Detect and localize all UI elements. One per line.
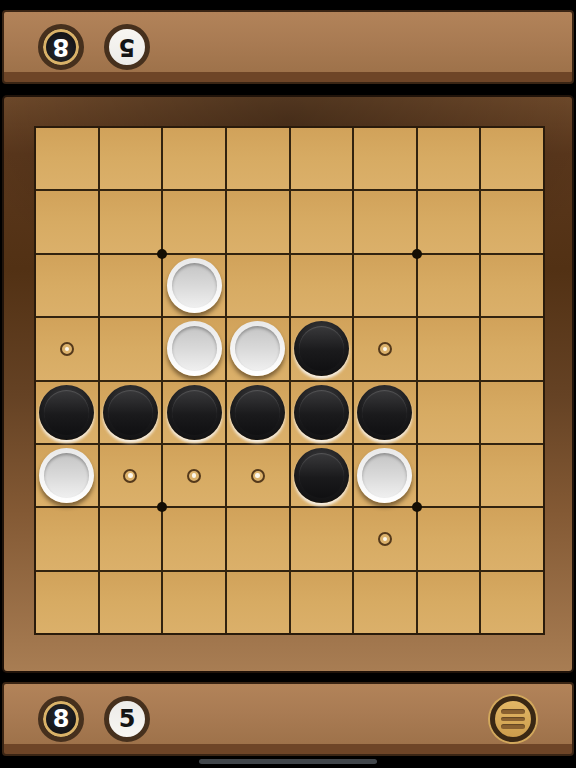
player-black-score-counter: 8 bbox=[38, 696, 84, 742]
board-cell-f2[interactable] bbox=[354, 191, 416, 252]
board-cell-e7[interactable] bbox=[291, 508, 353, 569]
board-cell-b7[interactable] bbox=[100, 508, 162, 569]
board-cell-e8[interactable] bbox=[291, 572, 353, 633]
board-cell-d6[interactable] bbox=[227, 445, 289, 506]
board-cell-g1[interactable] bbox=[418, 128, 480, 189]
board-cell-d3[interactable] bbox=[227, 255, 289, 316]
board-cell-e3[interactable] bbox=[291, 255, 353, 316]
board-cell-h7[interactable] bbox=[481, 508, 543, 569]
board-cell-a3[interactable] bbox=[36, 255, 98, 316]
board-cell-f8[interactable] bbox=[354, 572, 416, 633]
opponent-score-bar: 8 5 bbox=[2, 10, 574, 84]
board-cell-b3[interactable] bbox=[100, 255, 162, 316]
legal-move-marker[interactable] bbox=[378, 532, 392, 546]
hamburger-icon bbox=[501, 709, 525, 714]
board-cell-c5[interactable] bbox=[163, 382, 225, 443]
star-point bbox=[157, 502, 167, 512]
board-cell-e5[interactable] bbox=[291, 382, 353, 443]
board-cell-b1[interactable] bbox=[100, 128, 162, 189]
board-cell-d5[interactable] bbox=[227, 382, 289, 443]
board-cell-b4[interactable] bbox=[100, 318, 162, 379]
home-indicator[interactable] bbox=[199, 759, 377, 764]
board-cell-a2[interactable] bbox=[36, 191, 98, 252]
black-disc bbox=[103, 385, 158, 440]
legal-move-marker[interactable] bbox=[187, 469, 201, 483]
player-white-score-counter: 5 bbox=[104, 696, 150, 742]
legal-move-marker[interactable] bbox=[251, 469, 265, 483]
board-cell-c3[interactable] bbox=[163, 255, 225, 316]
board-cell-f4[interactable] bbox=[354, 318, 416, 379]
board-cell-c6[interactable] bbox=[163, 445, 225, 506]
board-cell-d7[interactable] bbox=[227, 508, 289, 569]
black-disc bbox=[167, 385, 222, 440]
board-cell-a6[interactable] bbox=[36, 445, 98, 506]
board-cell-b6[interactable] bbox=[100, 445, 162, 506]
black-disc bbox=[294, 448, 349, 503]
board-cell-h4[interactable] bbox=[481, 318, 543, 379]
board-cell-c1[interactable] bbox=[163, 128, 225, 189]
hamburger-icon bbox=[501, 717, 525, 722]
board-cell-g6[interactable] bbox=[418, 445, 480, 506]
legal-move-marker[interactable] bbox=[123, 469, 137, 483]
black-disc bbox=[39, 385, 94, 440]
board-cell-h3[interactable] bbox=[481, 255, 543, 316]
board-cell-d4[interactable] bbox=[227, 318, 289, 379]
star-point bbox=[157, 249, 167, 259]
board-cell-f6[interactable] bbox=[354, 445, 416, 506]
board-cell-g4[interactable] bbox=[418, 318, 480, 379]
board-cell-h6[interactable] bbox=[481, 445, 543, 506]
star-point bbox=[412, 249, 422, 259]
player-black-score: 8 bbox=[53, 707, 70, 731]
board-cell-f7[interactable] bbox=[354, 508, 416, 569]
opponent-white-score-counter: 5 bbox=[104, 24, 150, 70]
black-disc bbox=[230, 385, 285, 440]
board-cell-f5[interactable] bbox=[354, 382, 416, 443]
black-disc bbox=[294, 385, 349, 440]
board-cell-a7[interactable] bbox=[36, 508, 98, 569]
board-cell-d8[interactable] bbox=[227, 572, 289, 633]
white-disc bbox=[167, 321, 222, 376]
legal-move-marker[interactable] bbox=[60, 342, 74, 356]
board-cell-g2[interactable] bbox=[418, 191, 480, 252]
board-cell-h1[interactable] bbox=[481, 128, 543, 189]
black-disc bbox=[357, 385, 412, 440]
board-cell-c2[interactable] bbox=[163, 191, 225, 252]
white-disc bbox=[167, 258, 222, 313]
board-cell-h5[interactable] bbox=[481, 382, 543, 443]
board-cell-e1[interactable] bbox=[291, 128, 353, 189]
board-frame bbox=[2, 95, 574, 673]
board-cell-g8[interactable] bbox=[418, 572, 480, 633]
board-cell-g5[interactable] bbox=[418, 382, 480, 443]
board-cell-e4[interactable] bbox=[291, 318, 353, 379]
white-disc bbox=[39, 448, 94, 503]
hamburger-icon bbox=[501, 724, 525, 729]
board-cell-d1[interactable] bbox=[227, 128, 289, 189]
board-cell-a8[interactable] bbox=[36, 572, 98, 633]
menu-button[interactable] bbox=[490, 696, 536, 742]
board-cell-b5[interactable] bbox=[100, 382, 162, 443]
player-white-score: 5 bbox=[119, 707, 136, 731]
reversi-board bbox=[36, 128, 543, 633]
board-cell-a4[interactable] bbox=[36, 318, 98, 379]
board-cell-c7[interactable] bbox=[163, 508, 225, 569]
black-disc bbox=[294, 321, 349, 376]
legal-move-marker[interactable] bbox=[378, 342, 392, 356]
board-cell-a5[interactable] bbox=[36, 382, 98, 443]
board-cell-a1[interactable] bbox=[36, 128, 98, 189]
board-cell-g7[interactable] bbox=[418, 508, 480, 569]
board-cell-b2[interactable] bbox=[100, 191, 162, 252]
white-disc bbox=[357, 448, 412, 503]
board-cell-e6[interactable] bbox=[291, 445, 353, 506]
board-area bbox=[34, 126, 545, 635]
player-score-bar: 8 5 bbox=[2, 682, 574, 756]
board-cell-d2[interactable] bbox=[227, 191, 289, 252]
board-cell-f3[interactable] bbox=[354, 255, 416, 316]
board-cell-g3[interactable] bbox=[418, 255, 480, 316]
white-disc bbox=[230, 321, 285, 376]
board-cell-h8[interactable] bbox=[481, 572, 543, 633]
opponent-white-score: 5 bbox=[119, 35, 136, 59]
board-cell-e2[interactable] bbox=[291, 191, 353, 252]
board-cell-h2[interactable] bbox=[481, 191, 543, 252]
board-cell-c8[interactable] bbox=[163, 572, 225, 633]
board-cell-c4[interactable] bbox=[163, 318, 225, 379]
opponent-black-score: 8 bbox=[53, 35, 70, 59]
board-cell-f1[interactable] bbox=[354, 128, 416, 189]
star-point bbox=[412, 502, 422, 512]
opponent-black-score-counter: 8 bbox=[38, 24, 84, 70]
board-cell-b8[interactable] bbox=[100, 572, 162, 633]
